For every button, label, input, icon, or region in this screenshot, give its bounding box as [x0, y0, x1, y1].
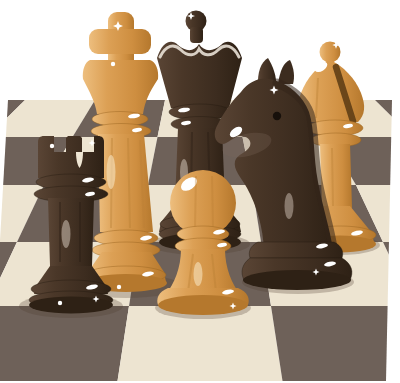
knight-eye: [273, 112, 281, 120]
wood-streak: [195, 176, 196, 228]
rook-base-bottom: [29, 297, 113, 314]
knight-base-bottom: [243, 270, 351, 290]
king-body-drip-highlight: [107, 155, 116, 189]
chess-illustration: [0, 0, 400, 383]
pawn-base-bottom: [158, 295, 248, 315]
glint: [58, 301, 62, 305]
glint: [50, 144, 54, 148]
rook-crenellation: [38, 136, 104, 178]
king-cross-horizontal: [89, 29, 151, 54]
pawn-skirt-drip-highlight: [194, 262, 203, 286]
knight-neck-drip-highlight: [285, 193, 294, 219]
rook-body-drip-highlight: [62, 220, 71, 248]
chess-scene-svg: [0, 0, 400, 383]
queen-neck: [190, 27, 203, 43]
board-square: [271, 306, 400, 381]
wood-streak: [332, 148, 333, 206]
knight-base-ring-1: [249, 242, 342, 258]
glint: [111, 62, 115, 66]
rook-body: [48, 198, 94, 266]
wood-streak: [212, 176, 213, 228]
glint: [117, 285, 121, 289]
